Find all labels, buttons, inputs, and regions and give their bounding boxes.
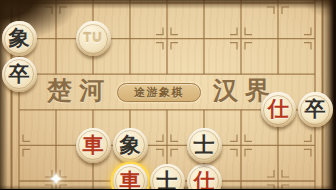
piece-glyph: 士 [150, 164, 185, 190]
piece-red-仕[interactable]: 仕 [261, 92, 296, 127]
piece-red-仕[interactable]: 仕 [187, 164, 222, 190]
piece-glyph: 卒 [2, 57, 37, 92]
piece-glyph: TU [76, 21, 111, 56]
piece-glyph: 卒 [298, 92, 333, 127]
piece-red-車[interactable]: 車 [113, 164, 148, 190]
river-label-chu: 楚河 [47, 76, 111, 106]
piece-glyph: 象 [2, 21, 37, 56]
piece-glyph: 仕 [261, 92, 296, 127]
app-logo-text: 途游象棋 [134, 85, 184, 100]
xiangqi-board: 楚河 汉界 途游象棋 象卒TU車象車士仕士仕卒✦ [0, 0, 336, 189]
piece-black-卒[interactable]: 卒 [298, 92, 333, 127]
piece-black-象[interactable]: 象 [113, 128, 148, 163]
piece-glyph: 士 [187, 128, 222, 163]
piece-glyph: 仕 [187, 164, 222, 190]
piece-glyph: 象 [113, 128, 148, 163]
piece-black-象[interactable]: 象 [2, 21, 37, 56]
piece-facedown-tu[interactable]: TU [76, 21, 111, 56]
piece-black-卒[interactable]: 卒 [2, 57, 37, 92]
app-logo-badge: 途游象棋 [117, 83, 201, 102]
piece-black-士[interactable]: 士 [150, 164, 185, 190]
piece-glyph: 車 [113, 164, 148, 190]
piece-red-車[interactable]: 車 [76, 128, 111, 163]
piece-glyph: 車 [76, 128, 111, 163]
piece-black-士[interactable]: 士 [187, 128, 222, 163]
